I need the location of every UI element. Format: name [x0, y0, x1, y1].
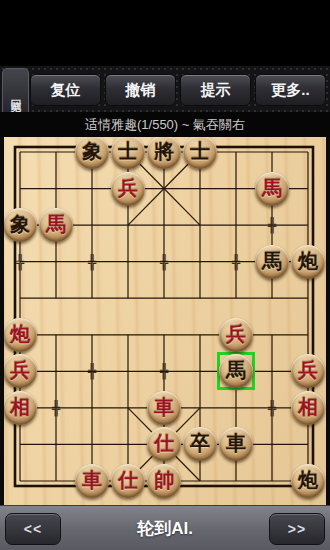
- piece-character: 車: [82, 470, 102, 490]
- point-marker: ╬: [232, 255, 240, 269]
- point-marker: ╬: [88, 255, 96, 269]
- board-point-h1[interactable]: [254, 426, 290, 463]
- board-point-b0[interactable]: [38, 463, 74, 500]
- piece-character: 炮: [298, 470, 318, 490]
- board-point-f7[interactable]: [182, 207, 218, 244]
- toolbar: 回览 复位 撤销 提示 更多..: [0, 66, 330, 112]
- board-point-e0[interactable]: 帥: [146, 463, 182, 500]
- board-point-h7[interactable]: ╬: [254, 207, 290, 244]
- point-marker: ╬: [52, 401, 60, 415]
- board-point-h8[interactable]: 馬: [254, 170, 290, 207]
- board-point-a4[interactable]: 炮: [4, 316, 38, 353]
- board-point-h4[interactable]: [254, 316, 290, 353]
- board-point-c8[interactable]: [74, 170, 110, 207]
- red-horse-piece[interactable]: 馬: [255, 172, 289, 206]
- black-horse-piece[interactable]: 馬: [255, 245, 289, 279]
- piece-character: 炮: [298, 251, 318, 271]
- black-chariot-piece[interactable]: 車: [219, 427, 253, 461]
- board-point-b6[interactable]: [38, 243, 74, 280]
- red-soldier-piece[interactable]: 兵: [291, 354, 325, 388]
- board-point-a6[interactable]: ╬: [4, 243, 38, 280]
- black-cannon-piece[interactable]: 炮: [291, 464, 325, 498]
- board-point-f6[interactable]: [182, 243, 218, 280]
- piece-character: 帥: [154, 470, 174, 490]
- board-point-b5[interactable]: [38, 280, 74, 317]
- board-point-e5[interactable]: [146, 280, 182, 317]
- board-point-e3[interactable]: ╬: [146, 353, 182, 390]
- board-point-c7[interactable]: [74, 207, 110, 244]
- board-point-d4[interactable]: [110, 316, 146, 353]
- black-soldier-piece[interactable]: 卒: [183, 427, 217, 461]
- board-point-h2[interactable]: ╬: [254, 390, 290, 427]
- point-marker: ╬: [160, 364, 168, 378]
- red-advisor-piece[interactable]: 仕: [111, 464, 145, 498]
- board-point-e4[interactable]: [146, 316, 182, 353]
- board-point-a2[interactable]: 相: [4, 390, 38, 427]
- red-soldier-piece[interactable]: 兵: [4, 354, 37, 388]
- board-point-b7[interactable]: ╬馬: [38, 207, 74, 244]
- board-point-i9[interactable]: [290, 137, 326, 170]
- board-point-c3[interactable]: ╬: [74, 353, 110, 390]
- board-point-b9[interactable]: [38, 137, 74, 170]
- board-point-h5[interactable]: [254, 280, 290, 317]
- board-point-d1[interactable]: [110, 426, 146, 463]
- board-point-g9[interactable]: [218, 137, 254, 170]
- board-point-c1[interactable]: [74, 426, 110, 463]
- black-advisor-piece[interactable]: 士: [111, 137, 145, 169]
- next-move-button[interactable]: >>: [269, 513, 325, 545]
- board-point-f4[interactable]: [182, 316, 218, 353]
- piece-character: 馬: [46, 214, 66, 234]
- board-point-h3[interactable]: [254, 353, 290, 390]
- board-point-f2[interactable]: [182, 390, 218, 427]
- piece-character: 馬: [262, 178, 282, 198]
- piece-character: 仕: [154, 433, 174, 453]
- red-cannon-piece[interactable]: 炮: [4, 318, 37, 352]
- black-cannon-piece[interactable]: 炮: [291, 245, 325, 279]
- board-point-a0[interactable]: [4, 463, 38, 500]
- board-point-i4[interactable]: [290, 316, 326, 353]
- board-point-f3[interactable]: [182, 353, 218, 390]
- board-point-e6[interactable]: ╬: [146, 243, 182, 280]
- board-point-a5[interactable]: [4, 280, 38, 317]
- board-point-f5[interactable]: [182, 280, 218, 317]
- review-tab[interactable]: 回览: [2, 68, 29, 116]
- board-point-g6[interactable]: ╬: [218, 243, 254, 280]
- red-soldier-piece[interactable]: 兵: [111, 172, 145, 206]
- board-point-f0[interactable]: [182, 463, 218, 500]
- board-point-c0[interactable]: 車: [74, 463, 110, 500]
- piece-character: 仕: [118, 470, 138, 490]
- piece-character: 將: [154, 141, 174, 161]
- board-point-i8[interactable]: [290, 170, 326, 207]
- piece-character: 車: [154, 397, 174, 417]
- piece-character: 兵: [226, 324, 246, 344]
- board-point-d5[interactable]: [110, 280, 146, 317]
- piece-character: 象: [82, 141, 102, 161]
- board-point-a7[interactable]: 象: [4, 207, 38, 244]
- board-point-e9[interactable]: 將: [146, 137, 182, 170]
- piece-character: 兵: [10, 360, 30, 380]
- red-elephant-piece[interactable]: 相: [291, 391, 325, 425]
- board-point-a3[interactable]: ╬兵: [4, 353, 38, 390]
- point-marker: ╬: [268, 401, 276, 415]
- board-point-a9[interactable]: [4, 137, 38, 170]
- black-elephant-piece[interactable]: 象: [4, 208, 37, 242]
- board-point-f9[interactable]: 士: [182, 137, 218, 170]
- hint-button[interactable]: 提示: [180, 74, 251, 106]
- puzzle-title-bar: 适情雅趣(1/550) ~ 氣吞關右: [0, 112, 330, 137]
- board-point-a1[interactable]: [4, 426, 38, 463]
- board-point-i2[interactable]: 相: [290, 390, 326, 427]
- board-point-a8[interactable]: [4, 170, 38, 207]
- board-point-h9[interactable]: [254, 137, 290, 170]
- board-point-g0[interactable]: [218, 463, 254, 500]
- board-point-c5[interactable]: [74, 280, 110, 317]
- red-chariot-piece[interactable]: 車: [75, 464, 109, 498]
- board-point-b2[interactable]: ╬: [38, 390, 74, 427]
- board-point-e1[interactable]: 仕: [146, 426, 182, 463]
- puzzle-title: 适情雅趣(1/550) ~ 氣吞關右: [85, 116, 245, 134]
- piece-character: 象: [10, 214, 30, 234]
- board-point-b8[interactable]: [38, 170, 74, 207]
- board-point-g7[interactable]: [218, 207, 254, 244]
- board-point-i5[interactable]: [290, 280, 326, 317]
- board-point-d9[interactable]: 士: [110, 137, 146, 170]
- black-advisor-piece[interactable]: 士: [183, 137, 217, 169]
- board-point-i3[interactable]: ╬兵: [290, 353, 326, 390]
- board-point-b4[interactable]: [38, 316, 74, 353]
- point-marker: ╬: [160, 255, 168, 269]
- piece-character: 馬: [262, 251, 282, 271]
- board-point-c4[interactable]: [74, 316, 110, 353]
- board-point-g3[interactable]: ╬馬: [218, 353, 254, 390]
- red-elephant-piece[interactable]: 相: [4, 391, 37, 425]
- red-chariot-piece[interactable]: 車: [147, 391, 181, 425]
- board-point-d3[interactable]: [110, 353, 146, 390]
- board-point-e2[interactable]: 車: [146, 390, 182, 427]
- board-point-h6[interactable]: 馬: [254, 243, 290, 280]
- piece-character: 兵: [298, 360, 318, 380]
- xiangqi-board[interactable]: 象士將士兵馬象╬馬╬╬╬╬╬馬╬炮炮兵╬兵╬╬╬馬╬兵相╬車╬相仕卒車車仕帥炮: [4, 137, 326, 505]
- red-horse-piece[interactable]: 馬: [39, 208, 73, 242]
- board-point-c6[interactable]: ╬: [74, 243, 110, 280]
- bottom-bar: << 轮到AI. >>: [0, 505, 330, 550]
- black-general-piece[interactable]: 將: [147, 137, 181, 169]
- piece-character: 相: [10, 397, 30, 417]
- board-point-f1[interactable]: 卒: [182, 426, 218, 463]
- more-button[interactable]: 更多..: [255, 74, 326, 106]
- piece-character: 士: [118, 141, 138, 161]
- board-point-g5[interactable]: [218, 280, 254, 317]
- board-point-i0[interactable]: 炮: [290, 463, 326, 500]
- red-advisor-piece[interactable]: 仕: [147, 427, 181, 461]
- piece-character: 車: [226, 433, 246, 453]
- board-point-d7[interactable]: [110, 207, 146, 244]
- red-general-piece[interactable]: 帥: [147, 464, 181, 498]
- board-point-i1[interactable]: [290, 426, 326, 463]
- piece-character: 相: [298, 397, 318, 417]
- board-point-b3[interactable]: [38, 353, 74, 390]
- board-point-e8[interactable]: [146, 170, 182, 207]
- board-point-f8[interactable]: [182, 170, 218, 207]
- piece-character: 兵: [118, 178, 138, 198]
- board-point-d0[interactable]: 仕: [110, 463, 146, 500]
- red-soldier-piece[interactable]: 兵: [219, 318, 253, 352]
- board-point-c9[interactable]: 象: [74, 137, 110, 170]
- toolbar-buttons: 复位 撤销 提示 更多..: [30, 74, 328, 106]
- black-elephant-piece[interactable]: 象: [75, 137, 109, 169]
- piece-character: 士: [190, 141, 210, 161]
- board-grid: 象士將士兵馬象╬馬╬╬╬╬╬馬╬炮炮兵╬兵╬╬╬馬╬兵相╬車╬相仕卒車車仕帥炮: [4, 137, 326, 499]
- undo-button[interactable]: 撤销: [105, 74, 176, 106]
- board-point-g8[interactable]: [218, 170, 254, 207]
- piece-character: 卒: [190, 433, 210, 453]
- status-bar-area: [0, 0, 330, 66]
- board-point-g2[interactable]: [218, 390, 254, 427]
- board-point-i7[interactable]: [290, 207, 326, 244]
- board-point-e7[interactable]: [146, 207, 182, 244]
- board-point-h0[interactable]: [254, 463, 290, 500]
- piece-character: 炮: [10, 324, 30, 344]
- board-point-d8[interactable]: 兵: [110, 170, 146, 207]
- point-marker: ╬: [88, 364, 96, 378]
- board-point-d6[interactable]: [110, 243, 146, 280]
- black-horse-piece[interactable]: 馬: [219, 354, 253, 388]
- board-point-c2[interactable]: [74, 390, 110, 427]
- board-point-b1[interactable]: [38, 426, 74, 463]
- board-point-d2[interactable]: [110, 390, 146, 427]
- board-point-g1[interactable]: 車: [218, 426, 254, 463]
- app-window: 回览 复位 撤销 提示 更多.. 适情雅趣(1/550) ~ 氣吞關右: [0, 0, 330, 550]
- point-marker: ╬: [16, 255, 24, 269]
- piece-character: 馬: [226, 360, 246, 380]
- board-point-i6[interactable]: ╬炮: [290, 243, 326, 280]
- point-marker: ╬: [268, 218, 276, 232]
- board-point-g4[interactable]: 兵: [218, 316, 254, 353]
- reset-button[interactable]: 复位: [30, 74, 101, 106]
